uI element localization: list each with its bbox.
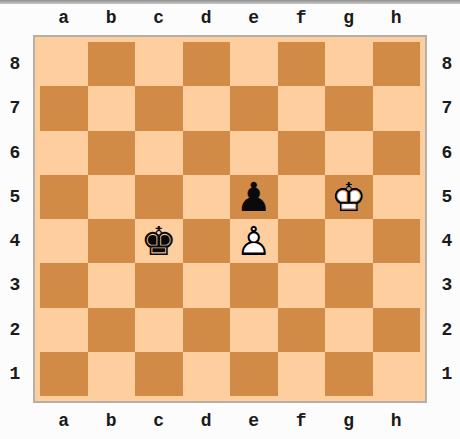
square-f3	[278, 263, 326, 307]
square-b7	[88, 86, 136, 130]
file-labels-bottom: abcdefgh	[40, 407, 420, 435]
file-labels-top: abcdefgh	[40, 4, 420, 32]
square-b8	[88, 42, 136, 86]
chess-diagram: abcdefgh 87654321 ♟♚♔♚♟♙ 87654321 abcdef…	[0, 0, 460, 439]
square-a7	[40, 86, 88, 130]
square-h6	[373, 131, 421, 175]
square-e4: ♟♙	[230, 219, 278, 263]
square-h3	[373, 263, 421, 307]
square-b5	[88, 175, 136, 219]
rank-label-6: 6	[0, 131, 30, 175]
square-b3	[88, 263, 136, 307]
white-pawn-outline: ♙	[230, 219, 278, 263]
rank-label-4: 4	[0, 219, 30, 263]
square-e1	[230, 352, 278, 396]
black-king: ♚	[135, 219, 183, 263]
square-h5	[373, 175, 421, 219]
file-label-d: d	[183, 407, 231, 435]
square-h2	[373, 308, 421, 352]
file-label-h: h	[373, 407, 421, 435]
square-b4	[88, 219, 136, 263]
square-h7	[373, 86, 421, 130]
rank-label-1: 1	[0, 352, 30, 396]
rank-label-2: 2	[0, 308, 30, 352]
rank-label-1: 1	[430, 352, 460, 396]
white-pawn: ♟♙	[230, 219, 278, 263]
file-label-e: e	[230, 4, 278, 32]
square-e3	[230, 263, 278, 307]
file-label-e: e	[230, 407, 278, 435]
rank-label-5: 5	[430, 175, 460, 219]
black-pawn: ♟	[230, 175, 278, 219]
file-label-b: b	[88, 4, 136, 32]
file-label-g: g	[325, 4, 373, 32]
rank-label-6: 6	[430, 131, 460, 175]
white-king: ♚♔	[325, 175, 373, 219]
square-g7	[325, 86, 373, 130]
square-g6	[325, 131, 373, 175]
rank-label-3: 3	[430, 263, 460, 307]
file-label-g: g	[325, 407, 373, 435]
square-a5	[40, 175, 88, 219]
rank-label-3: 3	[0, 263, 30, 307]
square-f8	[278, 42, 326, 86]
square-c7	[135, 86, 183, 130]
rank-label-5: 5	[0, 175, 30, 219]
square-d1	[183, 352, 231, 396]
square-f6	[278, 131, 326, 175]
square-h4	[373, 219, 421, 263]
square-h1	[373, 352, 421, 396]
square-d4	[183, 219, 231, 263]
square-e7	[230, 86, 278, 130]
square-f2	[278, 308, 326, 352]
square-g2	[325, 308, 373, 352]
square-b6	[88, 131, 136, 175]
file-label-h: h	[373, 4, 421, 32]
square-f5	[278, 175, 326, 219]
square-a2	[40, 308, 88, 352]
rank-labels-left: 87654321	[0, 42, 30, 396]
square-g3	[325, 263, 373, 307]
square-e6	[230, 131, 278, 175]
square-a6	[40, 131, 88, 175]
file-label-a: a	[40, 407, 88, 435]
square-d2	[183, 308, 231, 352]
file-label-c: c	[135, 4, 183, 32]
rank-label-7: 7	[430, 86, 460, 130]
square-a4	[40, 219, 88, 263]
file-label-f: f	[278, 4, 326, 32]
square-c5	[135, 175, 183, 219]
square-c4: ♚	[135, 219, 183, 263]
square-c3	[135, 263, 183, 307]
square-d5	[183, 175, 231, 219]
square-e5: ♟	[230, 175, 278, 219]
square-b1	[88, 352, 136, 396]
black-king-glyph: ♚	[135, 219, 183, 263]
file-label-d: d	[183, 4, 231, 32]
square-g8	[325, 42, 373, 86]
rank-label-2: 2	[430, 308, 460, 352]
square-h8	[373, 42, 421, 86]
square-c2	[135, 308, 183, 352]
square-c1	[135, 352, 183, 396]
square-f1	[278, 352, 326, 396]
file-label-c: c	[135, 407, 183, 435]
square-g1	[325, 352, 373, 396]
chess-board: ♟♚♔♚♟♙	[40, 42, 420, 396]
file-label-f: f	[278, 407, 326, 435]
square-e2	[230, 308, 278, 352]
rank-label-8: 8	[430, 42, 460, 86]
square-d8	[183, 42, 231, 86]
rank-label-8: 8	[0, 42, 30, 86]
square-d3	[183, 263, 231, 307]
square-a1	[40, 352, 88, 396]
file-label-b: b	[88, 407, 136, 435]
square-a8	[40, 42, 88, 86]
square-d6	[183, 131, 231, 175]
square-d7	[183, 86, 231, 130]
square-g5: ♚♔	[325, 175, 373, 219]
square-c6	[135, 131, 183, 175]
rank-labels-right: 87654321	[430, 42, 460, 396]
square-a3	[40, 263, 88, 307]
square-b2	[88, 308, 136, 352]
rank-label-7: 7	[0, 86, 30, 130]
rank-label-4: 4	[430, 219, 460, 263]
square-c8	[135, 42, 183, 86]
white-king-outline: ♔	[325, 175, 373, 219]
chess-board-frame: ♟♚♔♚♟♙	[33, 35, 427, 403]
square-e8	[230, 42, 278, 86]
square-g4	[325, 219, 373, 263]
square-f4	[278, 219, 326, 263]
file-label-a: a	[40, 4, 88, 32]
black-pawn-glyph: ♟	[230, 175, 278, 219]
square-f7	[278, 86, 326, 130]
